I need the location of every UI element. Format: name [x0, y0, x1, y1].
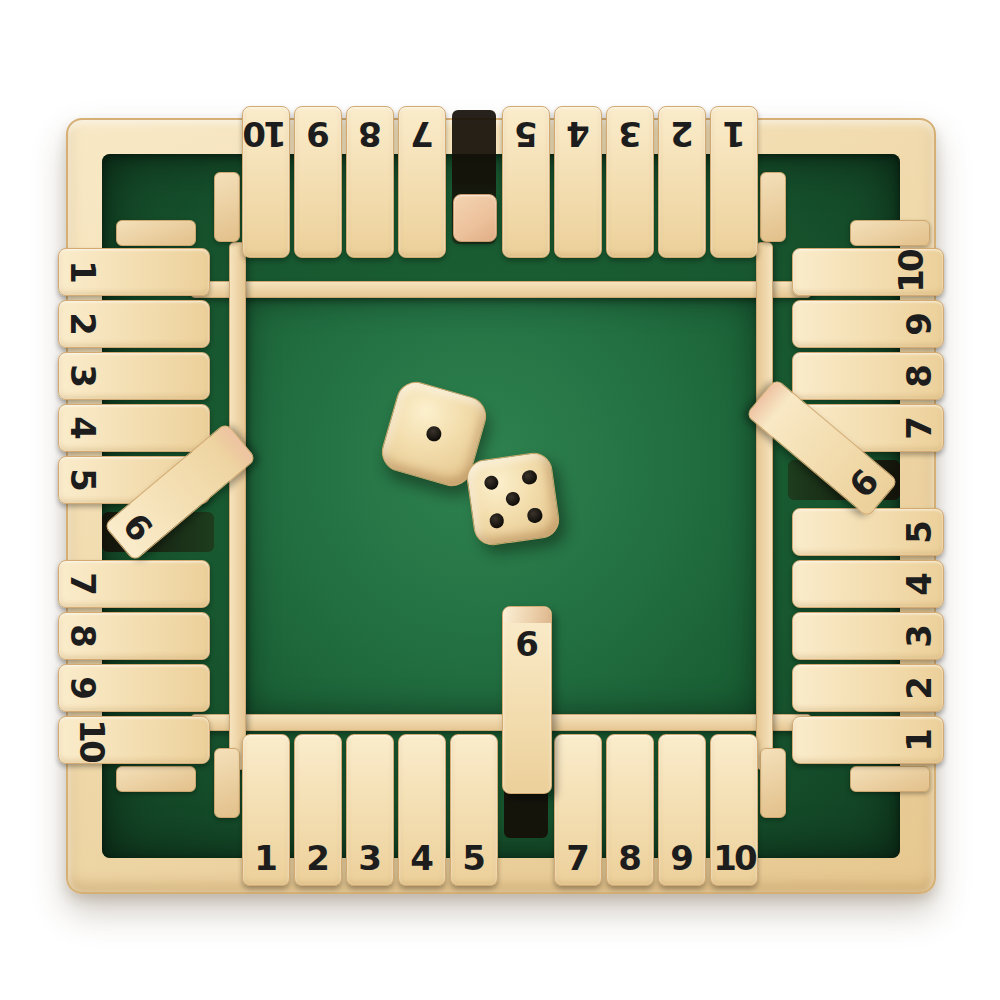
tile-cell-right-2: 2 — [792, 664, 944, 712]
tile-number: 8 — [358, 117, 382, 151]
tile-number: 9 — [670, 841, 694, 875]
tile-cell-right-3: 3 — [792, 612, 944, 660]
tile-cell-left-1: 1 — [58, 248, 210, 296]
tile-number: 4 — [410, 841, 434, 875]
tile-number: 5 — [902, 520, 936, 544]
tile-cell-right-6: 6 — [792, 456, 944, 504]
shut-the-box-board: 1098754321 12345678910 12345678910 10987… — [66, 118, 936, 894]
tile-column-right: 10987654321 — [792, 248, 944, 764]
tile-bottom-10[interactable]: 10 — [710, 734, 758, 886]
tile-right-2[interactable]: 2 — [792, 664, 944, 712]
tile-number: 1 — [254, 841, 278, 875]
tile-cell-right-9: 9 — [792, 300, 944, 348]
tile-bottom-2[interactable]: 2 — [294, 734, 342, 886]
tile-cell-right-1: 1 — [792, 716, 944, 764]
tile-number: 10 — [245, 117, 286, 151]
tile-number: 6 — [844, 463, 885, 503]
tile-bottom-9[interactable]: 9 — [658, 734, 706, 886]
tile-left-9[interactable]: 9 — [58, 664, 210, 712]
tile-cell-top-9: 9 — [294, 106, 342, 258]
tile-number: 8 — [66, 624, 100, 648]
tile-top-6-shut-end-block[interactable] — [453, 194, 497, 242]
tile-number: 4 — [66, 416, 100, 440]
tile-cell-right-8: 8 — [792, 352, 944, 400]
tile-right-10[interactable]: 10 — [792, 248, 944, 296]
tile-cell-bottom-7: 7 — [554, 734, 602, 886]
tile-cell-bottom-8: 8 — [606, 734, 654, 886]
tile-cell-bottom-10: 10 — [710, 734, 758, 886]
tile-bottom-3[interactable]: 3 — [346, 734, 394, 886]
tile-cell-top-8: 8 — [346, 106, 394, 258]
tile-cell-bottom-1: 1 — [242, 734, 290, 886]
tile-cell-right-4: 4 — [792, 560, 944, 608]
tile-cell-bottom-3: 3 — [346, 734, 394, 886]
tile-right-1[interactable]: 1 — [792, 716, 944, 764]
tile-number: 4 — [566, 117, 590, 151]
tile-cell-top-1: 1 — [710, 106, 758, 258]
tile-top-5[interactable]: 5 — [502, 106, 550, 258]
tile-cell-bottom-9: 9 — [658, 734, 706, 886]
tile-right-9[interactable]: 9 — [792, 300, 944, 348]
die-2-showing-5[interactable] — [464, 450, 561, 547]
tile-number: 7 — [902, 416, 936, 440]
tile-number: 9 — [902, 312, 936, 336]
tile-right-3[interactable]: 3 — [792, 612, 944, 660]
tile-left-10[interactable]: 10 — [58, 716, 210, 764]
tile-number: 2 — [306, 841, 330, 875]
tile-number: 2 — [66, 312, 100, 336]
die-pip — [488, 513, 504, 529]
tile-top-1[interactable]: 1 — [710, 106, 758, 258]
tile-number: 10 — [713, 841, 754, 875]
tile-number: 10 — [75, 719, 109, 760]
tile-number: 4 — [902, 572, 936, 596]
tile-cell-left-9: 9 — [58, 664, 210, 712]
tile-number: 6 — [117, 507, 158, 547]
tile-number: 9 — [66, 676, 100, 700]
tile-row-top: 1098754321 — [242, 106, 758, 258]
tile-left-1[interactable]: 1 — [58, 248, 210, 296]
inner-rail-left — [229, 242, 246, 770]
inner-rail-bottom — [190, 714, 812, 731]
tile-right-4[interactable]: 4 — [792, 560, 944, 608]
tile-cell-bottom-2: 2 — [294, 734, 342, 886]
tile-bottom-6[interactable]: 6 — [502, 606, 552, 794]
die-pip — [483, 474, 499, 490]
tile-number: 3 — [358, 841, 382, 875]
tile-number: 3 — [66, 364, 100, 388]
die-pip — [505, 491, 521, 507]
tile-top-4[interactable]: 4 — [554, 106, 602, 258]
tile-cell-right-5: 5 — [792, 508, 944, 556]
tile-cell-left-8: 8 — [58, 612, 210, 660]
tile-number: 1 — [66, 260, 100, 284]
tile-right-5[interactable]: 5 — [792, 508, 944, 556]
tile-bottom-8[interactable]: 8 — [606, 734, 654, 886]
tile-left-2[interactable]: 2 — [58, 300, 210, 348]
tile-cell-left-4: 4 — [58, 404, 210, 452]
tile-cell-left-2: 2 — [58, 300, 210, 348]
tile-number: 10 — [893, 251, 927, 292]
tile-column-left: 12345678910 — [58, 248, 210, 764]
tile-number: 3 — [618, 117, 642, 151]
tile-cell-top-7: 7 — [398, 106, 446, 258]
die-pip — [425, 425, 444, 444]
tile-bottom-5[interactable]: 5 — [450, 734, 498, 886]
tile-number: 1 — [902, 728, 936, 752]
die-pip — [527, 507, 543, 523]
tile-number: 6 — [515, 627, 539, 661]
tile-number: 1 — [722, 117, 746, 151]
tile-number: 2 — [902, 676, 936, 700]
tile-cell-left-3: 3 — [58, 352, 210, 400]
tile-number: 5 — [66, 468, 100, 492]
tile-cell-top-3: 3 — [606, 106, 654, 258]
tile-number: 8 — [902, 364, 936, 388]
tile-left-7[interactable]: 7 — [58, 560, 210, 608]
tile-bottom-7[interactable]: 7 — [554, 734, 602, 886]
tile-number: 7 — [566, 841, 590, 875]
tile-cell-top-4: 4 — [554, 106, 602, 258]
tile-bottom-4[interactable]: 4 — [398, 734, 446, 886]
tile-number: 5 — [514, 117, 538, 151]
tile-cell-right-10: 10 — [792, 248, 944, 296]
inner-rail-top — [190, 281, 812, 298]
inner-rail-right — [756, 242, 773, 770]
tile-top-2[interactable]: 2 — [658, 106, 706, 258]
tile-number: 7 — [66, 572, 100, 596]
tile-bottom-1[interactable]: 1 — [242, 734, 290, 886]
tile-number: 7 — [410, 117, 434, 151]
tile-cell-top-6 — [450, 106, 498, 258]
tile-number: 8 — [618, 841, 642, 875]
tile-top-10[interactable]: 10 — [242, 106, 290, 258]
tile-cell-bottom-6: 6 — [502, 734, 550, 886]
tile-number: 3 — [902, 624, 936, 648]
tile-left-4[interactable]: 4 — [58, 404, 210, 452]
tile-cell-left-7: 7 — [58, 560, 210, 608]
tile-cell-bottom-5: 5 — [450, 734, 498, 886]
tile-top-9[interactable]: 9 — [294, 106, 342, 258]
tile-left-3[interactable]: 3 — [58, 352, 210, 400]
tile-number: 9 — [306, 117, 330, 151]
tile-cell-left-10: 10 — [58, 716, 210, 764]
tile-cell-bottom-4: 4 — [398, 734, 446, 886]
tile-top-3[interactable]: 3 — [606, 106, 654, 258]
tile-cell-top-2: 2 — [658, 106, 706, 258]
die-pip — [521, 469, 537, 485]
tile-top-7[interactable]: 7 — [398, 106, 446, 258]
tile-row-bottom: 12345678910 — [242, 734, 758, 886]
tile-left-8[interactable]: 8 — [58, 612, 210, 660]
tile-cell-left-6: 6 — [58, 508, 210, 556]
tile-right-8[interactable]: 8 — [792, 352, 944, 400]
tile-number: 2 — [670, 117, 694, 151]
tile-top-8[interactable]: 8 — [346, 106, 394, 258]
tile-cell-top-10: 10 — [242, 106, 290, 258]
tile-cell-top-5: 5 — [502, 106, 550, 258]
tile-number: 5 — [462, 841, 486, 875]
